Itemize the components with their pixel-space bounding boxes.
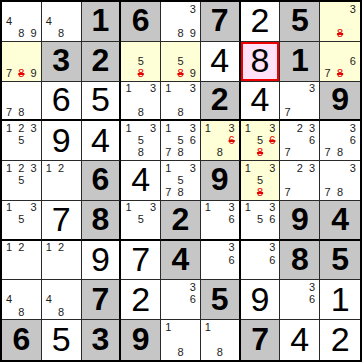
candidate-digit: 3 [306, 122, 318, 134]
cell-r7c8[interactable]: 8 [280, 241, 320, 281]
solved-digit: 4 [251, 82, 270, 116]
cell-r9c6[interactable]: 18 [201, 320, 241, 360]
candidate-digit: 8 [174, 106, 186, 118]
cell-r6c5[interactable]: 2 [161, 201, 201, 241]
candidate-digit: 4 [3, 294, 15, 306]
given-digit: 1 [291, 44, 309, 76]
given-digit: 2 [92, 44, 110, 76]
candidate-digit: 8 [135, 147, 147, 159]
struck-candidate-digit: 8 [15, 67, 27, 79]
cell-r9c4[interactable]: 9 [121, 320, 161, 360]
candidate-digit: 5 [135, 135, 147, 147]
cell-r3c8[interactable]: 37 [280, 82, 320, 122]
candidate-digit: 3 [226, 202, 238, 214]
candidate-digit: 7 [281, 147, 293, 159]
given-digit: 4 [172, 243, 190, 275]
struck-candidate-digit: 8 [254, 187, 266, 199]
cell-r8c4[interactable]: 2 [121, 280, 161, 320]
candidate-digit: 1 [202, 321, 214, 334]
struck-candidate-digit: 8 [334, 28, 347, 40]
candidate-digit: 1 [3, 162, 15, 174]
candidate-digit: 9 [187, 67, 199, 79]
candidate-digit: 8 [174, 147, 186, 159]
placed-digit: 8 [251, 43, 270, 77]
candidate-grid: 138 [122, 83, 159, 119]
candidate-grid: 1235 [3, 122, 40, 159]
cell-r1c9[interactable]: 38 [320, 2, 360, 42]
given-digit: 5 [291, 4, 309, 36]
given-digit: 7 [251, 323, 269, 355]
cell-r8c5[interactable]: 36 [161, 280, 201, 320]
cell-r3c5[interactable]: 138 [161, 82, 201, 122]
cell-r6c7[interactable]: 1356 [241, 201, 281, 241]
cell-r5c2[interactable]: 12 [42, 161, 82, 201]
candidate-grid: 36 [242, 242, 279, 279]
given-digit: 9 [132, 323, 150, 355]
given-digit: 8 [291, 243, 309, 275]
solved-digit: 2 [131, 282, 150, 316]
candidate-digit: 3 [147, 122, 159, 134]
cell-r4c8[interactable]: 2367 [280, 121, 320, 161]
candidate-grid: 389 [162, 3, 199, 40]
cell-r4c5[interactable]: 135678 [161, 121, 201, 161]
candidate-digit: 5 [254, 214, 266, 226]
cell-r5c1[interactable]: 1235 [2, 161, 42, 201]
solved-digit: 7 [52, 202, 71, 236]
candidate-digit: 5 [174, 174, 186, 186]
candidate-digit: 5 [135, 214, 147, 226]
candidate-digit: 8 [174, 187, 186, 199]
candidate-digit: 8 [174, 28, 186, 40]
candidate-digit: 1 [202, 202, 214, 214]
candidate-digit: 8 [214, 147, 226, 159]
struck-candidate-digit: 6 [226, 135, 238, 147]
candidate-digit: 6 [306, 294, 318, 306]
candidate-digit: 8 [334, 147, 347, 159]
cell-r2c7[interactable]: 8 [241, 42, 281, 82]
candidate-grid: 378 [321, 162, 359, 199]
given-digit: 7 [92, 283, 110, 315]
candidate-digit: 3 [226, 122, 238, 134]
candidate-grid: 13578 [162, 162, 199, 199]
candidate-digit: 1 [122, 202, 134, 214]
candidate-digit: 3 [187, 162, 199, 174]
cell-r2c6[interactable]: 4 [201, 42, 241, 82]
candidate-digit: 3 [306, 83, 318, 95]
cell-r3c2[interactable]: 6 [42, 82, 82, 122]
candidate-grid: 48 [43, 3, 80, 40]
cell-r2c1[interactable]: 789 [2, 42, 42, 82]
candidate-digit: 8 [15, 306, 27, 318]
cell-r5c4[interactable]: 4 [121, 161, 161, 201]
cell-r4c2[interactable]: 9 [42, 121, 82, 161]
cell-r7c2[interactable]: 12 [42, 241, 82, 281]
candidate-digit: 7 [321, 147, 334, 159]
candidate-grid: 36 [281, 281, 318, 318]
candidate-grid: 1356 [242, 202, 279, 238]
candidate-digit: 1 [3, 122, 15, 134]
cell-r1c5[interactable]: 389 [161, 2, 201, 42]
candidate-digit: 1 [43, 242, 55, 254]
sudoku-grid: 4894816389725387893258589481678786513813… [0, 0, 362, 362]
candidate-digit: 9 [187, 28, 199, 40]
candidate-digit: 2 [15, 162, 27, 174]
candidate-digit: 8 [214, 346, 226, 359]
candidate-digit: 2 [294, 122, 306, 134]
candidate-digit: 3 [28, 122, 40, 134]
cell-r7c1[interactable]: 12 [2, 241, 42, 281]
given-digit: 1 [92, 4, 110, 36]
candidate-digit: 3 [266, 122, 278, 134]
candidate-grid: 1235 [3, 162, 40, 199]
candidate-digit: 3 [147, 202, 159, 214]
solved-digit: 9 [251, 282, 270, 316]
cell-r2c9[interactable]: 678 [320, 42, 360, 82]
candidate-digit: 9 [28, 28, 40, 40]
candidate-grid: 12 [43, 162, 80, 199]
given-digit: 6 [132, 4, 150, 36]
cell-r4c6[interactable]: 1368 [201, 121, 241, 161]
solved-digit: 4 [210, 43, 229, 77]
cell-r2c8[interactable]: 1 [280, 42, 320, 82]
given-digit: 3 [92, 323, 110, 355]
candidate-digit: 3 [147, 83, 159, 95]
candidate-digit: 8 [55, 28, 67, 40]
solved-digit: 5 [52, 322, 71, 356]
candidate-grid: 48 [3, 281, 40, 318]
cell-r9c3[interactable]: 3 [82, 320, 122, 360]
cell-r6c3[interactable]: 8 [82, 201, 122, 241]
candidate-grid: 36 [202, 242, 238, 279]
cell-r3c7[interactable]: 4 [241, 82, 281, 122]
cell-r6c2[interactable]: 7 [42, 201, 82, 241]
candidate-digit: 5 [174, 135, 186, 147]
candidate-digit: 1 [242, 122, 254, 134]
cell-r6c4[interactable]: 135 [121, 201, 161, 241]
candidate-digit: 5 [15, 214, 27, 226]
candidate-digit: 3 [187, 281, 199, 293]
cell-r7c7[interactable]: 36 [241, 241, 281, 281]
candidate-digit: 2 [15, 242, 27, 254]
cell-r8c8[interactable]: 36 [280, 280, 320, 320]
candidate-digit: 9 [28, 67, 40, 79]
candidate-grid: 237 [281, 162, 318, 199]
candidate-digit: 7 [281, 106, 293, 118]
cell-r8c3[interactable]: 7 [82, 280, 122, 320]
cell-r1c2[interactable]: 48 [42, 2, 82, 42]
cell-r6c6[interactable]: 136 [201, 201, 241, 241]
solved-digit: 2 [251, 3, 270, 37]
cell-r2c2[interactable]: 3 [42, 42, 82, 82]
cell-r9c1[interactable]: 6 [2, 320, 42, 360]
candidate-digit: 2 [55, 242, 67, 254]
candidate-digit: 4 [43, 294, 55, 306]
cell-r5c9[interactable]: 378 [320, 161, 360, 201]
candidate-digit: 4 [3, 15, 15, 27]
candidate-grid: 18 [162, 321, 199, 359]
cell-r7c9[interactable]: 5 [320, 241, 360, 281]
given-digit: 8 [92, 203, 110, 235]
candidate-digit: 6 [306, 135, 318, 147]
given-digit: 4 [331, 203, 349, 235]
cell-r5c8[interactable]: 237 [280, 161, 320, 201]
candidate-digit: 1 [162, 162, 174, 174]
candidate-digit: 1 [3, 242, 15, 254]
candidate-grid: 12 [43, 242, 80, 279]
cell-r7c4[interactable]: 7 [121, 241, 161, 281]
cell-r4c9[interactable]: 3678 [320, 121, 360, 161]
candidate-digit: 6 [266, 214, 278, 226]
candidate-grid: 135 [3, 202, 40, 238]
cell-r6c9[interactable]: 4 [320, 201, 360, 241]
candidate-digit: 1 [43, 162, 55, 174]
candidate-grid: 489 [3, 3, 40, 40]
candidate-digit: 3 [187, 122, 199, 134]
given-digit: 7 [211, 4, 229, 36]
candidate-digit: 7 [321, 187, 334, 199]
cell-r5c7[interactable]: 1358 [241, 161, 281, 201]
candidate-digit: 6 [346, 55, 359, 67]
candidate-grid: 1368 [202, 122, 238, 159]
solved-digit: 4 [290, 322, 309, 356]
given-digit: 5 [331, 243, 349, 275]
cell-r6c1[interactable]: 135 [2, 201, 42, 241]
cell-r9c9[interactable]: 2 [320, 320, 360, 360]
candidate-digit: 3 [226, 242, 238, 254]
cell-r8c6[interactable]: 5 [201, 280, 241, 320]
candidate-digit: 2 [294, 162, 306, 174]
candidate-digit: 8 [174, 346, 186, 359]
candidate-digit: 3 [306, 281, 318, 293]
solved-digit: 6 [52, 82, 71, 116]
candidate-digit: 6 [266, 254, 278, 266]
given-digit: 6 [12, 323, 30, 355]
given-digit: 9 [291, 203, 309, 235]
candidate-grid: 38 [321, 3, 359, 40]
given-digit: 9 [211, 163, 229, 195]
cell-r7c6[interactable]: 36 [201, 241, 241, 281]
cell-r6c8[interactable]: 9 [280, 201, 320, 241]
candidate-digit: 3 [28, 202, 40, 214]
cell-r3c1[interactable]: 78 [2, 82, 42, 122]
candidate-digit: 3 [346, 162, 359, 174]
candidate-grid: 589 [162, 43, 199, 80]
solved-digit: 7 [131, 242, 150, 276]
struck-candidate-digit: 8 [334, 67, 347, 79]
candidate-digit: 1 [202, 122, 214, 134]
given-digit: 3 [52, 44, 70, 76]
cell-r4c1[interactable]: 1235 [2, 121, 42, 161]
candidate-digit: 6 [226, 214, 238, 226]
candidate-digit: 5 [15, 174, 27, 186]
given-digit: 5 [211, 283, 229, 315]
candidate-digit: 3 [266, 242, 278, 254]
candidate-digit: 7 [281, 187, 293, 199]
candidate-digit: 3 [306, 162, 318, 174]
candidate-digit: 7 [162, 187, 174, 199]
cell-r1c4[interactable]: 6 [121, 2, 161, 42]
candidate-grid: 48 [43, 281, 80, 318]
solved-digit: 1 [331, 282, 350, 316]
candidate-digit: 3 [28, 162, 40, 174]
given-digit: 2 [172, 203, 190, 235]
candidate-digit: 3 [187, 3, 199, 15]
solved-digit: 2 [331, 322, 350, 356]
candidate-digit: 1 [242, 202, 254, 214]
candidate-digit: 1 [162, 83, 174, 95]
candidate-grid: 78 [3, 83, 40, 119]
solved-digit: 5 [91, 82, 110, 116]
cell-r8c9[interactable]: 1 [320, 280, 360, 320]
candidate-digit: 3 [266, 202, 278, 214]
cell-r9c7[interactable]: 7 [241, 320, 281, 360]
cell-r9c5[interactable]: 18 [161, 320, 201, 360]
given-digit: 6 [92, 163, 110, 195]
candidate-digit: 3 [187, 83, 199, 95]
candidate-digit: 5 [254, 174, 266, 186]
cell-r4c3[interactable]: 4 [82, 121, 122, 161]
cell-r2c4[interactable]: 58 [121, 42, 161, 82]
cell-r2c3[interactable]: 2 [82, 42, 122, 82]
solved-digit: 9 [52, 123, 71, 157]
candidate-digit: 8 [15, 106, 27, 118]
cell-r7c5[interactable]: 4 [161, 241, 201, 281]
candidate-digit: 5 [174, 55, 186, 67]
solved-digit: 9 [91, 242, 110, 276]
candidate-digit: 8 [15, 28, 27, 40]
cell-r4c7[interactable]: 13568 [241, 121, 281, 161]
candidate-digit: 6 [346, 135, 359, 147]
solved-digit: 4 [131, 162, 150, 196]
struck-candidate-digit: 8 [254, 147, 266, 159]
struck-candidate-digit: 8 [135, 67, 147, 79]
candidate-digit: 1 [122, 122, 134, 134]
candidate-grid: 789 [3, 43, 40, 80]
cell-r9c2[interactable]: 5 [42, 320, 82, 360]
candidate-grid: 37 [281, 83, 318, 119]
cell-r1c8[interactable]: 5 [280, 2, 320, 42]
candidate-grid: 13568 [242, 122, 279, 159]
candidate-digit: 2 [15, 122, 27, 134]
candidate-grid: 12 [3, 242, 40, 279]
candidate-grid: 138 [162, 83, 199, 119]
candidate-grid: 58 [122, 43, 159, 80]
candidate-digit: 4 [43, 15, 55, 27]
cell-r5c5[interactable]: 13578 [161, 161, 201, 201]
cell-r4c4[interactable]: 1358 [121, 121, 161, 161]
cell-r8c2[interactable]: 48 [42, 280, 82, 320]
candidate-grid: 18 [202, 321, 238, 359]
given-digit: 2 [211, 83, 229, 115]
candidate-digit: 7 [3, 67, 15, 79]
cell-r8c7[interactable]: 9 [241, 280, 281, 320]
cell-r1c1[interactable]: 489 [2, 2, 42, 42]
candidate-grid: 1358 [242, 162, 279, 199]
cell-r7c3[interactable]: 9 [82, 241, 122, 281]
candidate-digit: 5 [254, 135, 266, 147]
candidate-digit: 3 [346, 122, 359, 134]
candidate-digit: 8 [135, 106, 147, 118]
candidate-digit: 6 [226, 254, 238, 266]
candidate-grid: 36 [162, 281, 199, 318]
cell-r3c9[interactable]: 9 [320, 82, 360, 122]
candidate-digit: 5 [15, 135, 27, 147]
cell-r5c3[interactable]: 6 [82, 161, 122, 201]
candidate-digit: 2 [55, 162, 67, 174]
candidate-grid: 678 [321, 43, 359, 80]
solved-digit: 4 [91, 123, 110, 157]
candidate-grid: 1358 [122, 122, 159, 159]
cell-r2c5[interactable]: 589 [161, 42, 201, 82]
candidate-digit: 1 [122, 83, 134, 95]
candidate-grid: 136 [202, 202, 238, 238]
candidate-digit: 6 [187, 294, 199, 306]
candidate-digit: 7 [3, 106, 15, 118]
candidate-digit: 8 [55, 306, 67, 318]
cell-r3c3[interactable]: 5 [82, 82, 122, 122]
candidate-digit: 5 [135, 55, 147, 67]
cell-r8c1[interactable]: 48 [2, 280, 42, 320]
struck-candidate-digit: 8 [174, 67, 186, 79]
candidate-grid: 135 [122, 202, 159, 238]
candidate-digit: 7 [321, 67, 334, 79]
candidate-digit: 6 [187, 135, 199, 147]
candidate-digit: 1 [162, 122, 174, 134]
cell-r5c6[interactable]: 9 [201, 161, 241, 201]
struck-candidate-digit: 6 [266, 135, 278, 147]
candidate-digit: 1 [242, 162, 254, 174]
cell-r3c6[interactable]: 2 [201, 82, 241, 122]
candidate-grid: 135678 [162, 122, 199, 159]
candidate-digit: 7 [162, 147, 174, 159]
given-digit: 9 [331, 83, 349, 115]
candidate-digit: 1 [162, 321, 174, 334]
candidate-digit: 1 [3, 202, 15, 214]
cell-r3c4[interactable]: 138 [121, 82, 161, 122]
cell-r1c6[interactable]: 7 [201, 2, 241, 42]
candidate-digit: 3 [266, 162, 278, 174]
cell-r1c3[interactable]: 1 [82, 2, 122, 42]
cell-r9c8[interactable]: 4 [280, 320, 320, 360]
candidate-grid: 3678 [321, 122, 359, 159]
cell-r1c7[interactable]: 2 [241, 2, 281, 42]
candidate-digit: 8 [334, 187, 347, 199]
candidate-grid: 2367 [281, 122, 318, 159]
candidate-digit: 3 [346, 3, 359, 15]
